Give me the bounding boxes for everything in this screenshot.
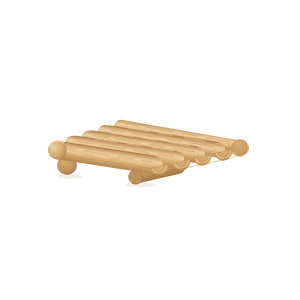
soap-dish-illustration <box>0 0 300 300</box>
product-photo <box>0 0 300 300</box>
ground-shadow-left <box>57 174 83 178</box>
